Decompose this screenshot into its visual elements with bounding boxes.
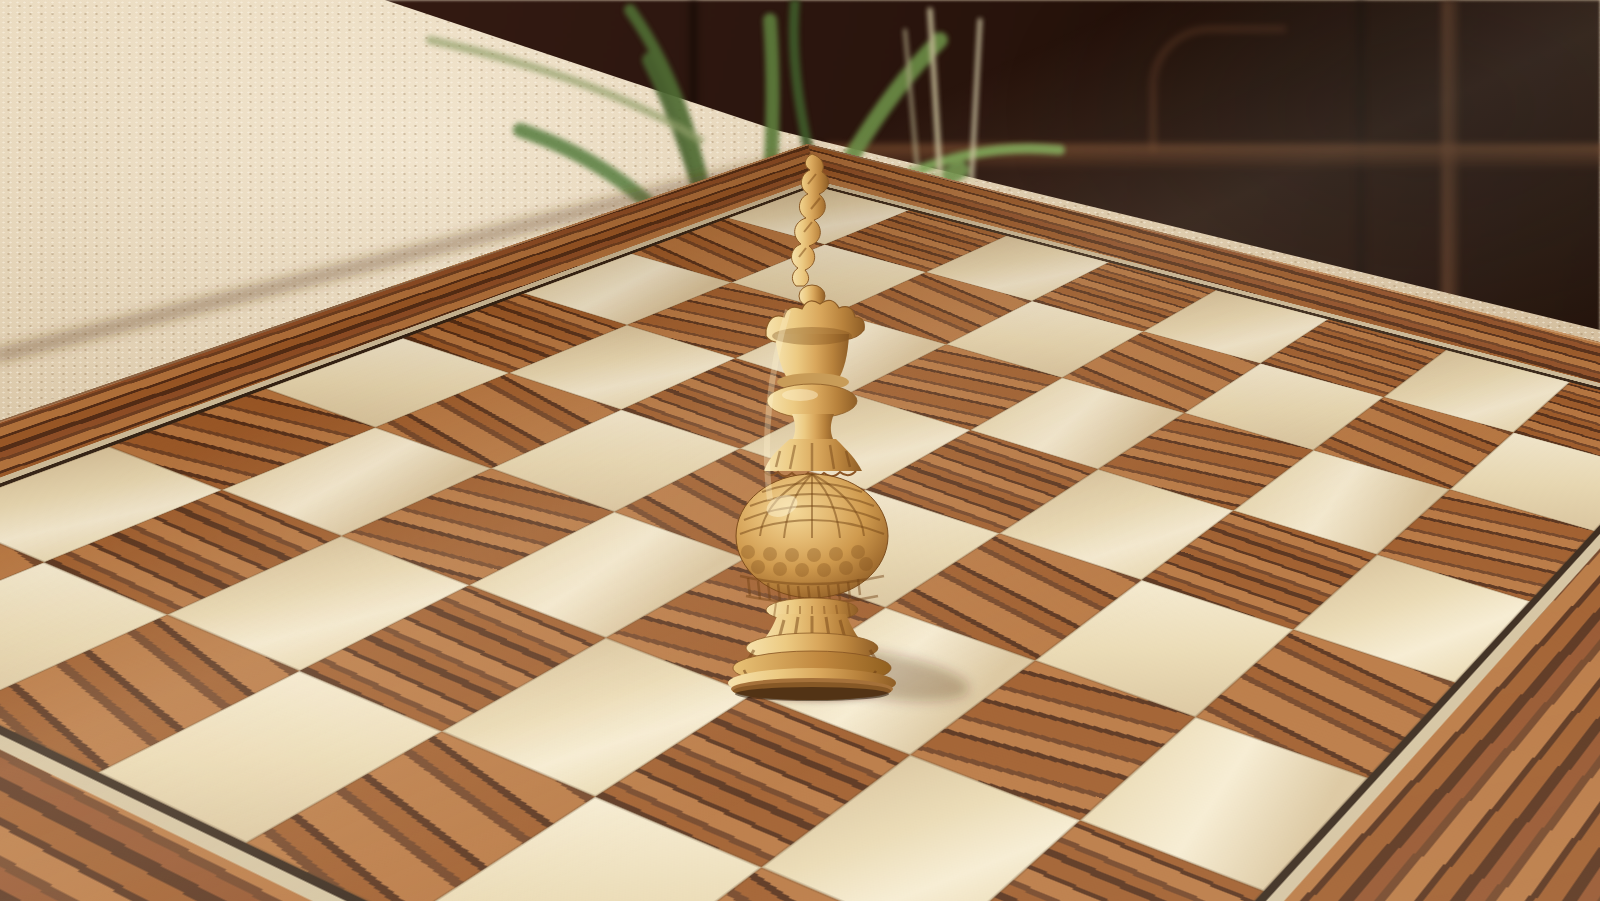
scene: ♔	[0, 0, 1600, 901]
white-king-showpiece[interactable]: ♔	[700, 140, 980, 720]
